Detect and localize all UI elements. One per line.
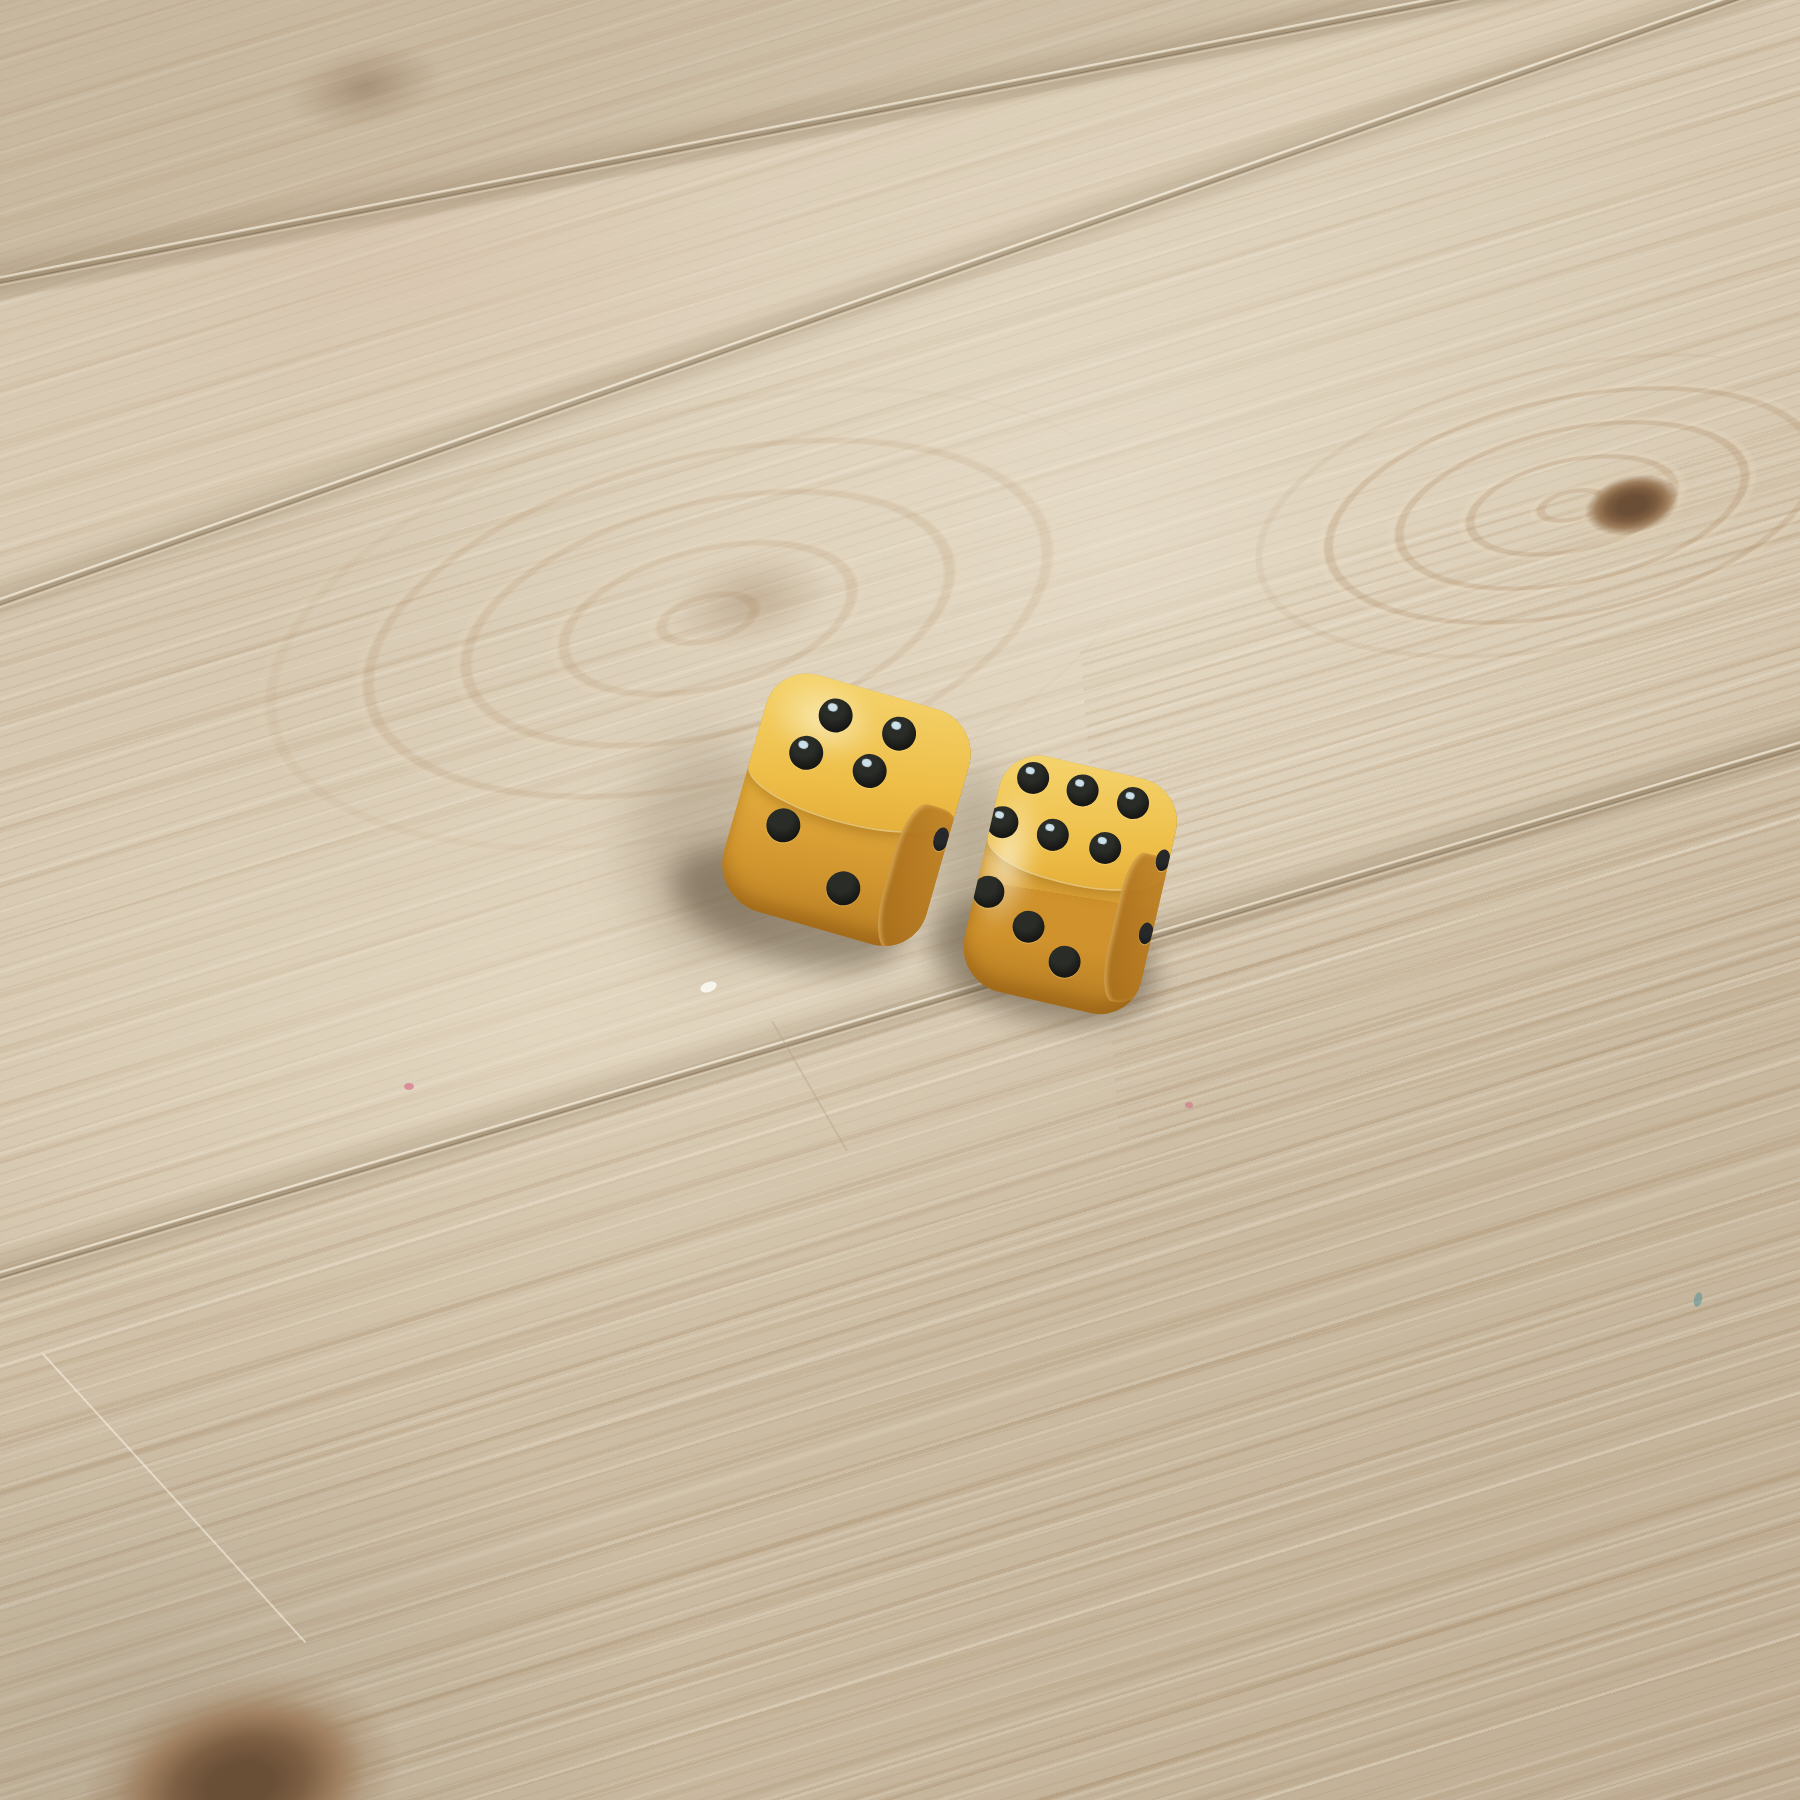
paint-fleck [699,979,718,994]
pip [762,804,804,846]
pip-highlight [798,740,809,750]
pip-highlight [891,721,902,731]
pip-highlight [1125,791,1135,800]
pip-highlight [1025,766,1035,775]
pip-highlight [1045,823,1055,832]
photo-scene [0,0,1800,1800]
pip-highlight [1074,778,1084,787]
pip [822,867,864,909]
pip-highlight [861,758,872,768]
pip-highlight [827,702,838,712]
paint-fleck [1185,1102,1193,1108]
paint-fleck [404,1083,414,1090]
pip-highlight [1097,836,1107,845]
pip-highlight [994,810,1004,819]
pip [1045,943,1083,981]
pip [1009,908,1047,946]
